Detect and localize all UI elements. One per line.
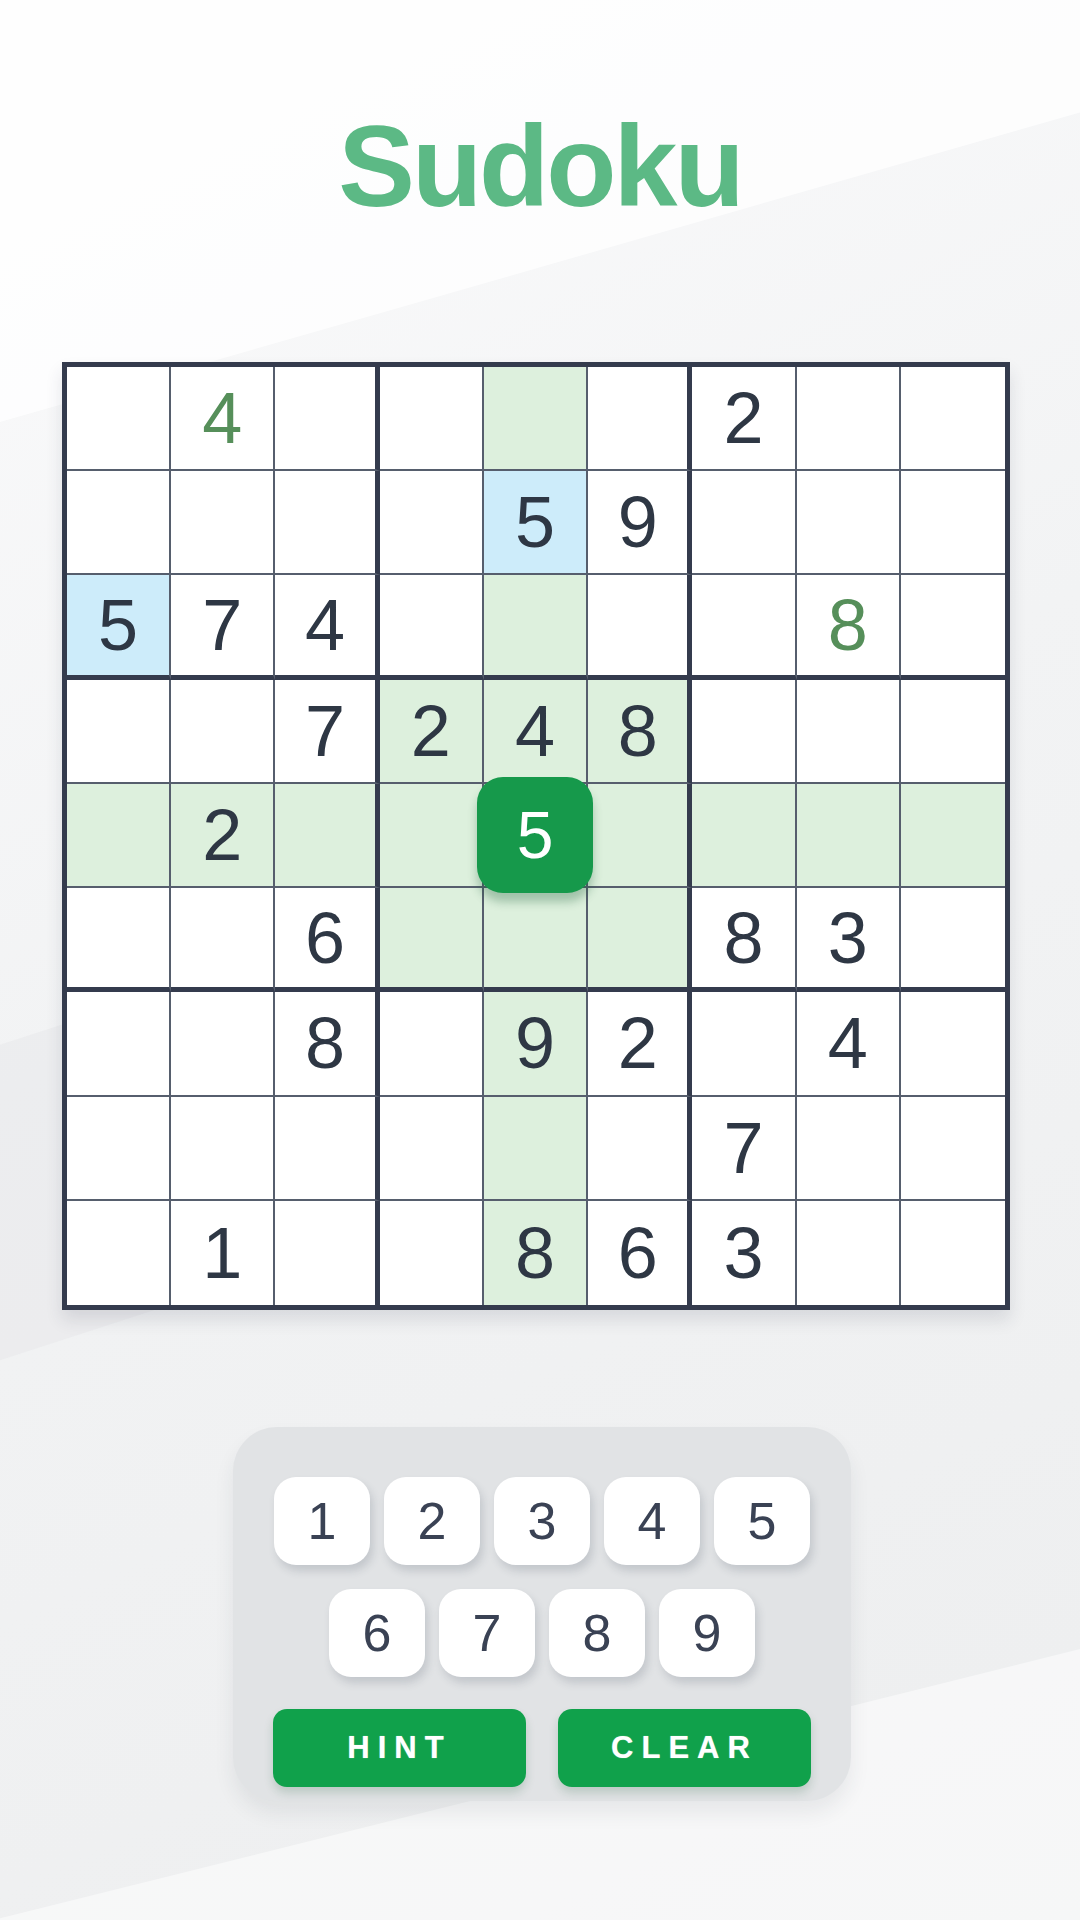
sudoku-board: 42595748724825683892471863 bbox=[62, 362, 1010, 1310]
cell-r7c2[interactable] bbox=[171, 992, 275, 1096]
cell-digit: 2 bbox=[202, 799, 242, 871]
cell-r9c2[interactable]: 1 bbox=[171, 1201, 275, 1305]
cell-r6c7[interactable]: 8 bbox=[692, 888, 796, 992]
cell-r8c3[interactable] bbox=[275, 1097, 379, 1201]
cell-digit: 8 bbox=[723, 902, 763, 974]
cell-r8c8[interactable] bbox=[797, 1097, 901, 1201]
cell-r4c4[interactable]: 2 bbox=[380, 680, 484, 784]
cell-r7c7[interactable] bbox=[692, 992, 796, 1096]
cell-r1c8[interactable] bbox=[797, 367, 901, 471]
numpad-key-5[interactable]: 5 bbox=[714, 1477, 810, 1565]
cell-r2c3[interactable] bbox=[275, 471, 379, 575]
cell-r7c1[interactable] bbox=[67, 992, 171, 1096]
cell-r8c1[interactable] bbox=[67, 1097, 171, 1201]
cell-digit: 6 bbox=[618, 1217, 658, 1289]
cell-r6c2[interactable] bbox=[171, 888, 275, 992]
cell-r4c7[interactable] bbox=[692, 680, 796, 784]
cell-r7c6[interactable]: 2 bbox=[588, 992, 692, 1096]
cell-r3c2[interactable]: 7 bbox=[171, 575, 275, 679]
numpad-key-9[interactable]: 9 bbox=[659, 1589, 755, 1677]
cell-r5c5[interactable]: 5 bbox=[484, 784, 588, 888]
cell-digit: 4 bbox=[828, 1007, 868, 1079]
cell-r1c7[interactable]: 2 bbox=[692, 367, 796, 471]
cell-r3c7[interactable] bbox=[692, 575, 796, 679]
cell-digit: 4 bbox=[202, 382, 242, 454]
cell-r8c5[interactable] bbox=[484, 1097, 588, 1201]
cell-r2c2[interactable] bbox=[171, 471, 275, 575]
cell-r4c5[interactable]: 4 bbox=[484, 680, 588, 784]
cell-r2c7[interactable] bbox=[692, 471, 796, 575]
cell-r8c7[interactable]: 7 bbox=[692, 1097, 796, 1201]
cell-r8c6[interactable] bbox=[588, 1097, 692, 1201]
cell-digit: 1 bbox=[202, 1217, 242, 1289]
cell-r9c5[interactable]: 8 bbox=[484, 1201, 588, 1305]
cell-r4c2[interactable] bbox=[171, 680, 275, 784]
hint-button[interactable]: HINT bbox=[273, 1709, 526, 1787]
cell-digit: 9 bbox=[515, 1007, 555, 1079]
numpad-key-8[interactable]: 8 bbox=[549, 1589, 645, 1677]
cell-r5c3[interactable] bbox=[275, 784, 379, 888]
numpad-actions: HINT CLEAR bbox=[233, 1709, 851, 1787]
numpad-key-4[interactable]: 4 bbox=[604, 1477, 700, 1565]
numpad: 1 2 3 4 5 6 7 8 9 HINT CLEAR bbox=[233, 1427, 851, 1801]
cell-r2c8[interactable] bbox=[797, 471, 901, 575]
cell-digit: 9 bbox=[618, 486, 658, 558]
cell-digit: 2 bbox=[723, 382, 763, 454]
cell-r9c1[interactable] bbox=[67, 1201, 171, 1305]
cell-digit: 8 bbox=[828, 589, 868, 661]
cell-r6c8[interactable]: 3 bbox=[797, 888, 901, 992]
cell-r5c6[interactable] bbox=[588, 784, 692, 888]
cell-r9c8[interactable] bbox=[797, 1201, 901, 1305]
cell-r1c1[interactable] bbox=[67, 367, 171, 471]
cell-r6c6[interactable] bbox=[588, 888, 692, 992]
cell-digit: 5 bbox=[515, 486, 555, 558]
cell-r2c9[interactable] bbox=[901, 471, 1005, 575]
cell-r4c1[interactable] bbox=[67, 680, 171, 784]
cell-digit: 4 bbox=[305, 589, 345, 661]
cell-digit: 8 bbox=[305, 1007, 345, 1079]
cell-r9c6[interactable]: 6 bbox=[588, 1201, 692, 1305]
cell-digit: 7 bbox=[305, 695, 345, 767]
cell-r6c5[interactable] bbox=[484, 888, 588, 992]
cell-r5c1[interactable] bbox=[67, 784, 171, 888]
clear-button[interactable]: CLEAR bbox=[558, 1709, 811, 1787]
cell-digit: 8 bbox=[515, 1217, 555, 1289]
cell-r5c4[interactable] bbox=[380, 784, 484, 888]
cell-r7c9[interactable] bbox=[901, 992, 1005, 1096]
cell-digit: 2 bbox=[411, 695, 451, 767]
cell-r1c9[interactable] bbox=[901, 367, 1005, 471]
cell-r1c3[interactable] bbox=[275, 367, 379, 471]
cell-digit: 3 bbox=[828, 902, 868, 974]
cell-r2c6[interactable]: 9 bbox=[588, 471, 692, 575]
cell-r1c6[interactable] bbox=[588, 367, 692, 471]
cell-r8c4[interactable] bbox=[380, 1097, 484, 1201]
cell-digit: 8 bbox=[618, 695, 658, 767]
cell-r3c3[interactable]: 4 bbox=[275, 575, 379, 679]
cell-r8c2[interactable] bbox=[171, 1097, 275, 1201]
cell-digit: 7 bbox=[723, 1112, 763, 1184]
cell-r3c6[interactable] bbox=[588, 575, 692, 679]
cell-digit: 2 bbox=[618, 1007, 658, 1079]
cell-r2c5[interactable]: 5 bbox=[484, 471, 588, 575]
cell-r6c4[interactable] bbox=[380, 888, 484, 992]
numpad-key-3[interactable]: 3 bbox=[494, 1477, 590, 1565]
cell-digit: 5 bbox=[98, 589, 138, 661]
cell-r1c4[interactable] bbox=[380, 367, 484, 471]
cell-r7c4[interactable] bbox=[380, 992, 484, 1096]
cell-r5c7[interactable] bbox=[692, 784, 796, 888]
cell-r3c4[interactable] bbox=[380, 575, 484, 679]
numpad-key-1[interactable]: 1 bbox=[274, 1477, 370, 1565]
cell-r1c5[interactable] bbox=[484, 367, 588, 471]
cell-r9c3[interactable] bbox=[275, 1201, 379, 1305]
cell-digit: 4 bbox=[515, 695, 555, 767]
cell-r6c9[interactable] bbox=[901, 888, 1005, 992]
numpad-row-1: 1 2 3 4 5 bbox=[233, 1477, 851, 1565]
cell-r9c9[interactable] bbox=[901, 1201, 1005, 1305]
numpad-key-7[interactable]: 7 bbox=[439, 1589, 535, 1677]
cell-r4c6[interactable]: 8 bbox=[588, 680, 692, 784]
cell-r7c3[interactable]: 8 bbox=[275, 992, 379, 1096]
cell-r3c5[interactable] bbox=[484, 575, 588, 679]
cell-digit: 6 bbox=[305, 902, 345, 974]
numpad-key-2[interactable]: 2 bbox=[384, 1477, 480, 1565]
cell-r3c9[interactable] bbox=[901, 575, 1005, 679]
app-title: Sudoku bbox=[0, 100, 1080, 232]
cell-r3c8[interactable]: 8 bbox=[797, 575, 901, 679]
selected-cell-pad[interactable]: 5 bbox=[477, 777, 593, 893]
cell-r9c7[interactable]: 3 bbox=[692, 1201, 796, 1305]
cell-digit: 7 bbox=[202, 589, 242, 661]
cell-digit: 5 bbox=[517, 802, 554, 868]
cell-r5c8[interactable] bbox=[797, 784, 901, 888]
numpad-row-2: 6 7 8 9 bbox=[233, 1589, 851, 1677]
cell-r2c4[interactable] bbox=[380, 471, 484, 575]
cell-r5c9[interactable] bbox=[901, 784, 1005, 888]
cell-r7c8[interactable]: 4 bbox=[797, 992, 901, 1096]
cell-r8c9[interactable] bbox=[901, 1097, 1005, 1201]
cell-r4c9[interactable] bbox=[901, 680, 1005, 784]
cell-r4c3[interactable]: 7 bbox=[275, 680, 379, 784]
cell-r3c1[interactable]: 5 bbox=[67, 575, 171, 679]
cell-r6c1[interactable] bbox=[67, 888, 171, 992]
cell-r4c8[interactable] bbox=[797, 680, 901, 784]
cell-r2c1[interactable] bbox=[67, 471, 171, 575]
numpad-key-6[interactable]: 6 bbox=[329, 1589, 425, 1677]
cell-digit: 3 bbox=[723, 1217, 763, 1289]
cell-r1c2[interactable]: 4 bbox=[171, 367, 275, 471]
cell-r9c4[interactable] bbox=[380, 1201, 484, 1305]
cell-r6c3[interactable]: 6 bbox=[275, 888, 379, 992]
cell-r7c5[interactable]: 9 bbox=[484, 992, 588, 1096]
cell-r5c2[interactable]: 2 bbox=[171, 784, 275, 888]
